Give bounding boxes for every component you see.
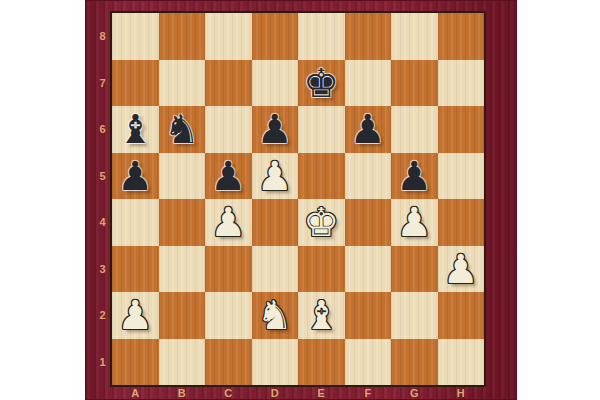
rank-labels: 87654321 (85, 13, 110, 385)
piece-black-pawn[interactable]: ♟ (117, 153, 153, 200)
file-label-d: D (252, 385, 299, 400)
rank-label-5: 5 (85, 153, 110, 200)
file-label-c: C (205, 385, 252, 400)
piece-black-pawn[interactable]: ♟ (350, 106, 386, 153)
file-label-b: B (159, 385, 206, 400)
square-f4[interactable] (345, 199, 392, 246)
piece-white-king[interactable]: ♚ (303, 199, 339, 246)
square-b4[interactable] (159, 199, 206, 246)
square-a3[interactable] (112, 246, 159, 293)
piece-black-pawn[interactable]: ♟ (210, 153, 246, 200)
piece-black-knight[interactable]: ♞ (164, 106, 200, 153)
square-b2[interactable] (159, 292, 206, 339)
square-f1[interactable] (345, 339, 392, 386)
rank-label-3: 3 (85, 246, 110, 293)
square-a6[interactable]: ♝ (112, 106, 159, 153)
square-e2[interactable]: ♝ (298, 292, 345, 339)
square-a8[interactable] (112, 13, 159, 60)
square-b5[interactable] (159, 153, 206, 200)
square-g4[interactable]: ♟ (391, 199, 438, 246)
square-e5[interactable] (298, 153, 345, 200)
square-g5[interactable]: ♟ (391, 153, 438, 200)
rank-label-1: 1 (85, 339, 110, 386)
square-g3[interactable] (391, 246, 438, 293)
square-d3[interactable] (252, 246, 299, 293)
square-d1[interactable] (252, 339, 299, 386)
square-h3[interactable]: ♟ (438, 246, 485, 293)
piece-white-knight[interactable]: ♞ (257, 292, 293, 339)
square-c8[interactable] (205, 13, 252, 60)
square-f7[interactable] (345, 60, 392, 107)
square-g1[interactable] (391, 339, 438, 386)
square-h7[interactable] (438, 60, 485, 107)
board-frame: 87654321 ♚♝♞♟♟♟♟♟♟♟♚♟♟♟♞♝ ABCDEFGH (85, 0, 517, 400)
square-h4[interactable] (438, 199, 485, 246)
square-d8[interactable] (252, 13, 299, 60)
square-a1[interactable] (112, 339, 159, 386)
square-d5[interactable]: ♟ (252, 153, 299, 200)
square-g7[interactable] (391, 60, 438, 107)
piece-white-pawn[interactable]: ♟ (257, 153, 293, 200)
square-h6[interactable] (438, 106, 485, 153)
square-e8[interactable] (298, 13, 345, 60)
square-e4[interactable]: ♚ (298, 199, 345, 246)
square-d6[interactable]: ♟ (252, 106, 299, 153)
square-c6[interactable] (205, 106, 252, 153)
piece-black-pawn[interactable]: ♟ (257, 106, 293, 153)
file-labels: ABCDEFGH (112, 385, 484, 400)
square-b3[interactable] (159, 246, 206, 293)
square-d7[interactable] (252, 60, 299, 107)
rank-label-7: 7 (85, 60, 110, 107)
square-d4[interactable] (252, 199, 299, 246)
square-h5[interactable] (438, 153, 485, 200)
square-a5[interactable]: ♟ (112, 153, 159, 200)
rank-label-4: 4 (85, 199, 110, 246)
piece-white-bishop[interactable]: ♝ (303, 292, 339, 339)
square-f8[interactable] (345, 13, 392, 60)
square-f5[interactable] (345, 153, 392, 200)
square-b7[interactable] (159, 60, 206, 107)
file-label-e: E (298, 385, 345, 400)
square-d2[interactable]: ♞ (252, 292, 299, 339)
square-h2[interactable] (438, 292, 485, 339)
piece-white-pawn[interactable]: ♟ (210, 199, 246, 246)
file-label-g: G (391, 385, 438, 400)
square-e1[interactable] (298, 339, 345, 386)
file-label-a: A (112, 385, 159, 400)
square-f6[interactable]: ♟ (345, 106, 392, 153)
rank-label-2: 2 (85, 292, 110, 339)
square-g8[interactable] (391, 13, 438, 60)
square-b1[interactable] (159, 339, 206, 386)
square-a4[interactable] (112, 199, 159, 246)
square-b6[interactable]: ♞ (159, 106, 206, 153)
square-f3[interactable] (345, 246, 392, 293)
chess-diagram: 87654321 ♚♝♞♟♟♟♟♟♟♟♚♟♟♟♞♝ ABCDEFGH (0, 0, 600, 400)
square-c5[interactable]: ♟ (205, 153, 252, 200)
piece-black-bishop[interactable]: ♝ (117, 106, 153, 153)
square-h1[interactable] (438, 339, 485, 386)
rank-label-6: 6 (85, 106, 110, 153)
square-a7[interactable] (112, 60, 159, 107)
square-b8[interactable] (159, 13, 206, 60)
rank-label-8: 8 (85, 13, 110, 60)
square-h8[interactable] (438, 13, 485, 60)
piece-white-pawn[interactable]: ♟ (396, 199, 432, 246)
square-g2[interactable] (391, 292, 438, 339)
square-g6[interactable] (391, 106, 438, 153)
square-e6[interactable] (298, 106, 345, 153)
square-a2[interactable]: ♟ (112, 292, 159, 339)
piece-black-pawn[interactable]: ♟ (396, 153, 432, 200)
square-c4[interactable]: ♟ (205, 199, 252, 246)
square-e3[interactable] (298, 246, 345, 293)
chessboard-grid: ♚♝♞♟♟♟♟♟♟♟♚♟♟♟♞♝ (110, 11, 486, 387)
square-c3[interactable] (205, 246, 252, 293)
square-c7[interactable] (205, 60, 252, 107)
square-e7[interactable]: ♚ (298, 60, 345, 107)
file-label-f: F (345, 385, 392, 400)
square-c2[interactable] (205, 292, 252, 339)
square-f2[interactable] (345, 292, 392, 339)
piece-white-pawn[interactable]: ♟ (117, 292, 153, 339)
file-label-h: H (438, 385, 485, 400)
piece-black-king[interactable]: ♚ (303, 60, 339, 107)
square-c1[interactable] (205, 339, 252, 386)
piece-white-pawn[interactable]: ♟ (443, 246, 479, 293)
